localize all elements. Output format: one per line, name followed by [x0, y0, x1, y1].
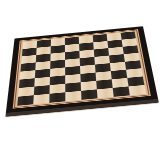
- chess-board: [6, 26, 158, 113]
- square-a1: [17, 95, 34, 105]
- square-g1: [113, 86, 130, 96]
- square-e1: [81, 89, 97, 99]
- board-squares: [17, 31, 146, 105]
- trim-pinstripe: [14, 30, 150, 108]
- square-h1: [129, 85, 146, 95]
- board-frame-trim: [13, 29, 151, 108]
- square-d1: [65, 91, 81, 101]
- square-f1: [97, 88, 114, 98]
- square-b1: [33, 94, 49, 104]
- product-photo: [0, 0, 160, 160]
- square-c1: [49, 92, 65, 102]
